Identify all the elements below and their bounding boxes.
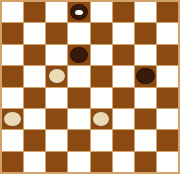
board-square[interactable]	[24, 152, 45, 172]
board-square[interactable]	[2, 109, 23, 129]
board-square[interactable]	[24, 130, 45, 150]
checker-piece-white[interactable]	[92, 111, 111, 127]
board-square[interactable]	[2, 45, 23, 65]
board-square[interactable]	[157, 66, 178, 86]
board-square[interactable]	[157, 23, 178, 43]
board-square[interactable]	[2, 23, 23, 43]
board-square[interactable]	[91, 109, 112, 129]
board-square[interactable]	[46, 45, 67, 65]
board-square[interactable]	[113, 23, 134, 43]
board-square[interactable]	[157, 152, 178, 172]
board-square[interactable]	[24, 2, 45, 22]
board-square[interactable]	[113, 45, 134, 65]
board-square[interactable]	[113, 2, 134, 22]
board-square[interactable]	[113, 109, 134, 129]
board-square[interactable]	[157, 109, 178, 129]
board-square[interactable]	[113, 66, 134, 86]
board-square[interactable]	[2, 88, 23, 108]
board-square[interactable]	[46, 130, 67, 150]
board-square[interactable]	[2, 66, 23, 86]
board-square[interactable]	[135, 23, 156, 43]
board-square[interactable]	[135, 130, 156, 150]
board-square[interactable]	[157, 2, 178, 22]
board-square[interactable]	[2, 152, 23, 172]
board-square[interactable]	[46, 152, 67, 172]
board-square[interactable]	[135, 152, 156, 172]
board-square[interactable]	[2, 130, 23, 150]
board-square[interactable]	[135, 2, 156, 22]
board-square[interactable]	[91, 88, 112, 108]
board-square[interactable]	[68, 88, 89, 108]
board-square[interactable]	[46, 88, 67, 108]
board-square[interactable]	[68, 130, 89, 150]
board-square[interactable]	[91, 130, 112, 150]
board-square[interactable]	[24, 23, 45, 43]
board-square[interactable]	[24, 109, 45, 129]
board-square[interactable]	[68, 109, 89, 129]
king-mark	[75, 10, 82, 15]
checker-piece-black[interactable]	[70, 47, 89, 63]
checker-piece-black[interactable]	[70, 4, 89, 20]
board-square[interactable]	[91, 23, 112, 43]
board-square[interactable]	[68, 23, 89, 43]
board-square[interactable]	[113, 88, 134, 108]
checkers-board	[0, 0, 180, 174]
board-square[interactable]	[46, 2, 67, 22]
board-square[interactable]	[24, 45, 45, 65]
board-square[interactable]	[91, 66, 112, 86]
board-square[interactable]	[24, 88, 45, 108]
board-square[interactable]	[135, 45, 156, 65]
board-square[interactable]	[135, 88, 156, 108]
board-square[interactable]	[113, 152, 134, 172]
checker-piece-white[interactable]	[48, 68, 67, 84]
board-square[interactable]	[46, 109, 67, 129]
board-square[interactable]	[68, 152, 89, 172]
board-square[interactable]	[68, 45, 89, 65]
board-square[interactable]	[157, 45, 178, 65]
board-square[interactable]	[24, 66, 45, 86]
board-square[interactable]	[46, 66, 67, 86]
board-square[interactable]	[91, 2, 112, 22]
board-square[interactable]	[91, 45, 112, 65]
board-square[interactable]	[46, 23, 67, 43]
board-square[interactable]	[135, 109, 156, 129]
board-square[interactable]	[68, 66, 89, 86]
board-square[interactable]	[157, 88, 178, 108]
board-square[interactable]	[68, 2, 89, 22]
board-square[interactable]	[113, 130, 134, 150]
board-square[interactable]	[157, 130, 178, 150]
board-square[interactable]	[91, 152, 112, 172]
board-square[interactable]	[135, 66, 156, 86]
board-square[interactable]	[2, 2, 23, 22]
checker-piece-white[interactable]	[3, 111, 22, 127]
checker-piece-black[interactable]	[136, 68, 155, 84]
